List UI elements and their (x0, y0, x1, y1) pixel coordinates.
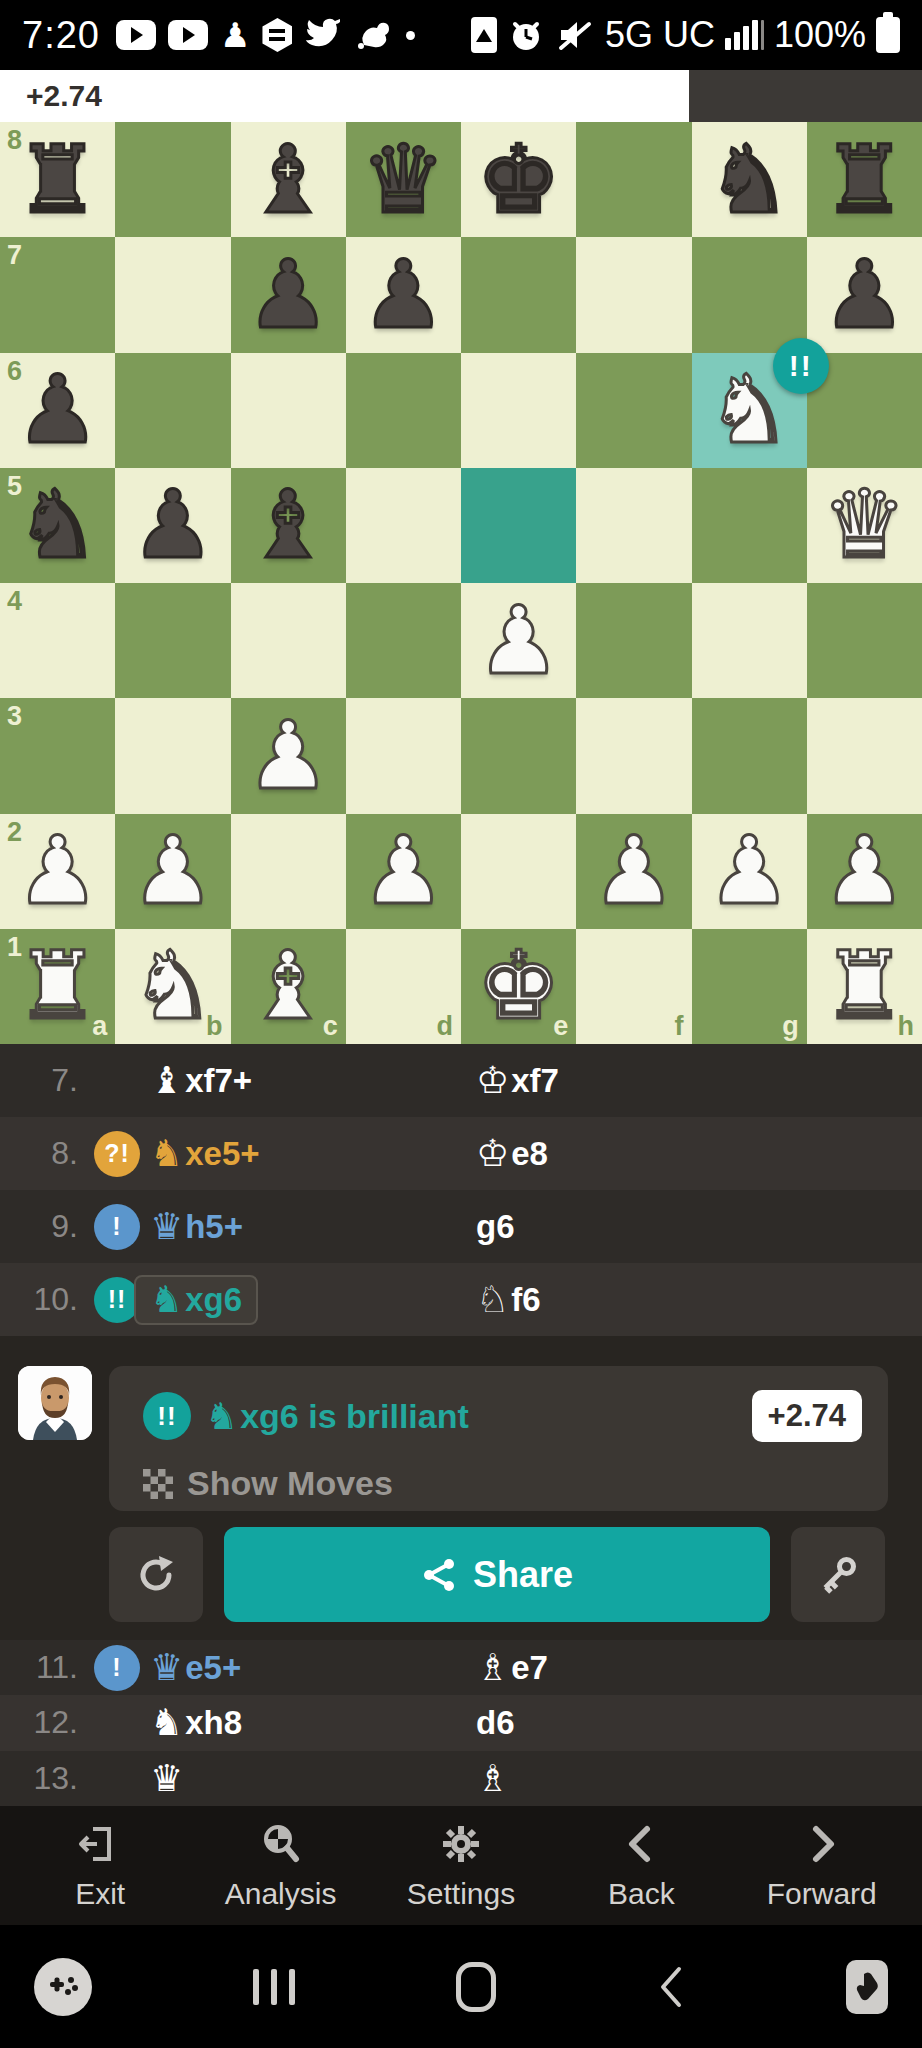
square-a6[interactable]: 6♟ (0, 353, 115, 468)
white-pawn: ♟ (361, 824, 445, 918)
square-e4[interactable]: ♟ (461, 583, 576, 698)
square-h8[interactable]: ♜ (807, 122, 922, 237)
move-row-9: 9.!♛h5+g6 (0, 1190, 922, 1263)
nav-analysis-button[interactable]: Analysis (206, 1821, 356, 1911)
system-icons: 5G UC 100% (471, 14, 900, 56)
file-label-d: d (437, 1013, 454, 1040)
square-h7[interactable]: ♟ (807, 237, 922, 352)
back-button[interactable] (657, 1965, 685, 2009)
black-move[interactable]: d6 (476, 1704, 515, 1742)
black-move[interactable]: g6 (476, 1208, 515, 1246)
knight-figurine-icon: ♞ (150, 1135, 183, 1172)
move-row-13: 13.♛♗ (0, 1751, 922, 1806)
square-g8[interactable]: ♞ (692, 122, 807, 237)
move-list-top: 7.♝xf7+♔xf78.?!♞xe5+♔e89.!♛h5+g610.!!♞xg… (0, 1044, 922, 1336)
move-text: xg6 (185, 1281, 242, 1319)
square-d6[interactable] (346, 353, 461, 468)
move-row-11: 11.!♛e5+♗e7 (0, 1640, 922, 1695)
youtube-icon (168, 20, 208, 50)
move-classification-badge: ?! (94, 1131, 140, 1177)
move-text: xf7 (511, 1062, 559, 1100)
square-b8[interactable] (115, 122, 230, 237)
king-figurine-icon: ♔ (476, 1062, 509, 1099)
key-icon (814, 1551, 862, 1599)
square-f1[interactable]: f (576, 929, 691, 1044)
battery-saver-icon (471, 17, 497, 53)
status-bar: 7:20 ♟ 5G UC 100% (0, 0, 922, 70)
black-pawn: ♟ (15, 363, 99, 457)
square-c8[interactable]: ♝ (231, 122, 346, 237)
move-list-bottom: 11.!♛e5+♗e712.♞xh8d613.♛♗ (0, 1640, 922, 1806)
brilliant-move-badge: !! (773, 338, 829, 394)
square-d8[interactable]: ♛ (346, 122, 461, 237)
square-g5[interactable] (692, 468, 807, 583)
black-pawn: ♟ (361, 248, 445, 342)
square-c2[interactable] (231, 814, 346, 929)
move-classification-badge: ! (94, 1204, 140, 1250)
move-text: xf7+ (185, 1062, 252, 1100)
white-pawn: ♟ (131, 824, 215, 918)
white-move[interactable]: ♛e5+ (150, 1649, 241, 1687)
squirrel-icon (354, 15, 390, 55)
black-move[interactable]: ♘f6 (476, 1281, 541, 1319)
robot-hexagon-icon (262, 18, 292, 52)
square-d1[interactable]: d (346, 929, 461, 1044)
white-pawn: ♟ (592, 824, 676, 918)
move-text: d6 (476, 1704, 515, 1742)
black-pawn: ♟ (822, 248, 906, 342)
white-move[interactable]: ♛ (150, 1760, 185, 1797)
black-move[interactable]: ♗e7 (476, 1649, 548, 1687)
chess-analysis-app: 7:20 ♟ 5G UC 100% +2.74 (0, 0, 922, 2048)
square-b2[interactable]: ♟ (115, 814, 230, 929)
share-icon (421, 1557, 457, 1593)
mute-icon (555, 16, 595, 54)
bishop-figurine-icon: ♝ (150, 1062, 183, 1099)
move-row-7: 7.♝xf7+♔xf7 (0, 1044, 922, 1117)
square-d7[interactable]: ♟ (346, 237, 461, 352)
recents-button[interactable] (253, 1969, 295, 2005)
rank-label-4: 4 (7, 588, 22, 615)
white-move[interactable]: ♞xg6 (134, 1275, 258, 1325)
move-row-12: 12.♞xh8d6 (0, 1695, 922, 1750)
move-text: e5+ (185, 1649, 241, 1687)
nav-label: Settings (407, 1877, 515, 1911)
nav-label: Exit (75, 1877, 125, 1911)
analysis-magnifier-icon (258, 1821, 304, 1871)
chevron-right-icon (799, 1821, 845, 1871)
action-bar: Share (0, 1527, 922, 1622)
exit-door-icon (77, 1821, 123, 1871)
rank-label-5: 5 (7, 473, 22, 500)
square-e7[interactable] (461, 237, 576, 352)
square-b1[interactable]: b♞ (115, 929, 230, 1044)
signal-strength-icon (725, 20, 764, 50)
square-f8[interactable] (576, 122, 691, 237)
move-number: 7. (0, 1062, 78, 1099)
square-g4[interactable] (692, 583, 807, 698)
move-text: f6 (511, 1281, 540, 1319)
square-c6[interactable] (231, 353, 346, 468)
square-a7[interactable]: 7 (0, 237, 115, 352)
rank-label-8: 8 (7, 127, 22, 154)
notification-dot-icon (406, 31, 415, 40)
share-button[interactable]: Share (224, 1527, 770, 1622)
square-f7[interactable] (576, 237, 691, 352)
show-moves-label: Show Moves (187, 1464, 393, 1503)
square-a3[interactable]: 3 (0, 698, 115, 813)
square-e3[interactable] (461, 698, 576, 813)
bishop-figurine-icon: ♗ (476, 1760, 509, 1797)
evaluation-bar: +2.74 (0, 70, 922, 122)
black-move[interactable]: ♔xf7 (476, 1062, 559, 1100)
queen-figurine-icon: ♛ (150, 1760, 183, 1797)
square-b7[interactable] (115, 237, 230, 352)
black-move[interactable]: ♔e8 (476, 1135, 548, 1173)
square-c4[interactable] (231, 583, 346, 698)
square-a4[interactable]: 4 (0, 583, 115, 698)
square-a1[interactable]: 1a♜ (0, 929, 115, 1044)
square-g1[interactable]: g (692, 929, 807, 1044)
battery-percent: 100% (774, 14, 866, 56)
player-avatar[interactable] (18, 1366, 92, 1440)
file-label-b: b (206, 1013, 223, 1040)
square-f3[interactable] (576, 698, 691, 813)
white-rook: ♜ (15, 939, 99, 1033)
file-label-c: c (323, 1013, 338, 1040)
white-move[interactable]: ♛h5+ (150, 1208, 243, 1246)
square-f5[interactable] (576, 468, 691, 583)
assessment-headline: ♞ xg6 is brilliant (205, 1397, 752, 1436)
square-g2[interactable]: ♟ (692, 814, 807, 929)
clock-time: 7:20 (22, 14, 100, 57)
white-pawn: ♟ (15, 824, 99, 918)
move-classification-badge: ! (94, 1645, 140, 1691)
move-number: 11. (0, 1649, 78, 1686)
refresh-icon (133, 1552, 179, 1598)
square-c1[interactable]: c♝ (231, 929, 346, 1044)
rank-label-2: 2 (7, 819, 22, 846)
square-e5[interactable] (461, 468, 576, 583)
nav-label: Back (608, 1877, 675, 1911)
android-nav-bar (0, 1925, 922, 2048)
chess-board: 8♜♝♛♚♞♜7♟♟♟6♟♞5♞♟♝♛4♟3♟2♟♟♟♟♟♟1a♜b♞c♝de♚… (0, 122, 922, 1044)
youtube-icon (116, 20, 156, 50)
nav-exit-button[interactable]: Exit (25, 1821, 175, 1911)
analysis-zone: !! ♞ xg6 is brilliant +2.74 Show Moves (0, 1336, 922, 1511)
file-label-f: f (675, 1013, 684, 1040)
move-number: 12. (0, 1704, 78, 1741)
move-text: xh8 (185, 1704, 242, 1742)
square-e6[interactable] (461, 353, 576, 468)
nav-forward-button[interactable]: Forward (747, 1821, 897, 1911)
black-king: ♚ (476, 133, 560, 227)
square-f4[interactable] (576, 583, 691, 698)
evaluation-bar-white-side: +2.74 (0, 70, 689, 122)
square-h4[interactable] (807, 583, 922, 698)
square-e8[interactable]: ♚ (461, 122, 576, 237)
key-moment-button[interactable] (791, 1527, 885, 1622)
one-handed-mode-button[interactable] (846, 1960, 888, 2014)
square-d5[interactable] (346, 468, 461, 583)
retry-button[interactable] (109, 1527, 203, 1622)
black-pawn: ♟ (131, 478, 215, 572)
square-a2[interactable]: 2♟ (0, 814, 115, 929)
network-type: 5G UC (605, 14, 715, 56)
square-b6[interactable] (115, 353, 230, 468)
square-h1[interactable]: h♜ (807, 929, 922, 1044)
square-d4[interactable] (346, 583, 461, 698)
white-knight: ♞ (131, 939, 215, 1033)
black-move[interactable]: ♗ (476, 1760, 511, 1797)
white-pawn: ♟ (707, 824, 791, 918)
chevron-left-icon (618, 1821, 664, 1871)
knight-figurine-icon: ♞ (205, 1398, 238, 1435)
square-d2[interactable]: ♟ (346, 814, 461, 929)
home-button[interactable] (456, 1962, 496, 2012)
white-move[interactable]: ♞xe5+ (150, 1135, 260, 1173)
square-g3[interactable] (692, 698, 807, 813)
white-queen: ♛ (822, 478, 906, 572)
move-number: 8. (0, 1135, 78, 1172)
square-g7[interactable] (692, 237, 807, 352)
nav-settings-button[interactable]: Settings (386, 1821, 536, 1911)
assessment-text: xg6 is brilliant (240, 1397, 469, 1436)
chess-pawn-icon: ♟ (220, 18, 250, 52)
rank-label-1: 1 (7, 934, 22, 961)
knight-figurine-icon: ♞ (150, 1281, 183, 1318)
knight-figurine-icon: ♞ (150, 1704, 183, 1741)
white-pawn: ♟ (476, 594, 560, 688)
knight-figurine-icon: ♘ (476, 1281, 509, 1318)
rank-label-6: 6 (7, 358, 22, 385)
square-c3[interactable]: ♟ (231, 698, 346, 813)
black-knight: ♞ (15, 478, 99, 572)
square-a5[interactable]: 5♞ (0, 468, 115, 583)
square-f2[interactable]: ♟ (576, 814, 691, 929)
nav-label: Forward (767, 1877, 877, 1911)
white-move[interactable]: ♝xf7+ (150, 1062, 252, 1100)
move-number: 13. (0, 1760, 78, 1797)
black-pawn: ♟ (246, 248, 330, 342)
evaluation-pill: +2.74 (752, 1390, 862, 1442)
square-h3[interactable] (807, 698, 922, 813)
square-b4[interactable] (115, 583, 230, 698)
move-text: h5+ (185, 1208, 243, 1246)
white-pawn: ♟ (246, 709, 330, 803)
file-label-e: e (553, 1013, 568, 1040)
move-text: xe5+ (185, 1135, 259, 1173)
file-label-h: h (898, 1013, 915, 1040)
black-queen: ♛ (361, 133, 445, 227)
king-figurine-icon: ♔ (476, 1135, 509, 1172)
queen-figurine-icon: ♛ (150, 1649, 183, 1686)
move-assessment-card: !! ♞ xg6 is brilliant +2.74 Show Moves (109, 1366, 888, 1511)
avatar-image (18, 1366, 92, 1440)
evaluation-score: +2.74 (0, 79, 102, 113)
square-a8[interactable]: 8♜ (0, 122, 115, 237)
share-label: Share (473, 1554, 573, 1596)
move-row-8: 8.?!♞xe5+♔e8 (0, 1117, 922, 1190)
evaluation-bar-black-side (689, 70, 922, 122)
nav-back-button[interactable]: Back (566, 1821, 716, 1911)
alarm-clock-icon (507, 16, 545, 54)
black-knight: ♞ (707, 133, 791, 227)
square-h5[interactable]: ♛ (807, 468, 922, 583)
queen-figurine-icon: ♛ (150, 1208, 183, 1245)
notification-icons: ♟ (116, 15, 471, 55)
white-king: ♚ (476, 939, 560, 1033)
square-f6[interactable] (576, 353, 691, 468)
square-e1[interactable]: e♚ (461, 929, 576, 1044)
move-number: 9. (0, 1208, 78, 1245)
black-rook: ♜ (15, 133, 99, 227)
square-h2[interactable]: ♟ (807, 814, 922, 929)
square-e2[interactable] (461, 814, 576, 929)
gear-icon (438, 1821, 484, 1871)
white-rook: ♜ (822, 939, 906, 1033)
bishop-figurine-icon: ♗ (476, 1649, 509, 1686)
bottom-nav: ExitAnalysisSettingsBackForward (0, 1806, 922, 1925)
square-b3[interactable] (115, 698, 230, 813)
file-label-a: a (92, 1013, 107, 1040)
game-launcher-button[interactable] (34, 1958, 92, 2016)
move-number: 10. (0, 1281, 78, 1318)
black-bishop: ♝ (246, 478, 330, 572)
white-pawn: ♟ (822, 824, 906, 918)
file-label-g: g (782, 1013, 799, 1040)
square-c7[interactable]: ♟ (231, 237, 346, 352)
black-bishop: ♝ (246, 133, 330, 227)
rank-label-7: 7 (7, 242, 22, 269)
white-bishop: ♝ (246, 939, 330, 1033)
show-moves-row[interactable]: Show Moves (143, 1464, 862, 1503)
battery-icon (876, 17, 900, 53)
chessboard-icon (143, 1469, 173, 1499)
black-rook: ♜ (822, 133, 906, 227)
move-text: e8 (511, 1135, 548, 1173)
square-d3[interactable] (346, 698, 461, 813)
move-text: e7 (511, 1649, 548, 1687)
twitter-bird-icon (304, 16, 342, 54)
brilliant-badge-icon: !! (143, 1392, 191, 1440)
square-c5[interactable]: ♝ (231, 468, 346, 583)
nav-label: Analysis (225, 1877, 337, 1911)
white-move[interactable]: ♞xh8 (150, 1704, 242, 1742)
square-b5[interactable]: ♟ (115, 468, 230, 583)
move-text: g6 (476, 1208, 515, 1246)
move-row-10: 10.!!♞xg6♘f6 (0, 1263, 922, 1336)
rank-label-3: 3 (7, 703, 22, 730)
